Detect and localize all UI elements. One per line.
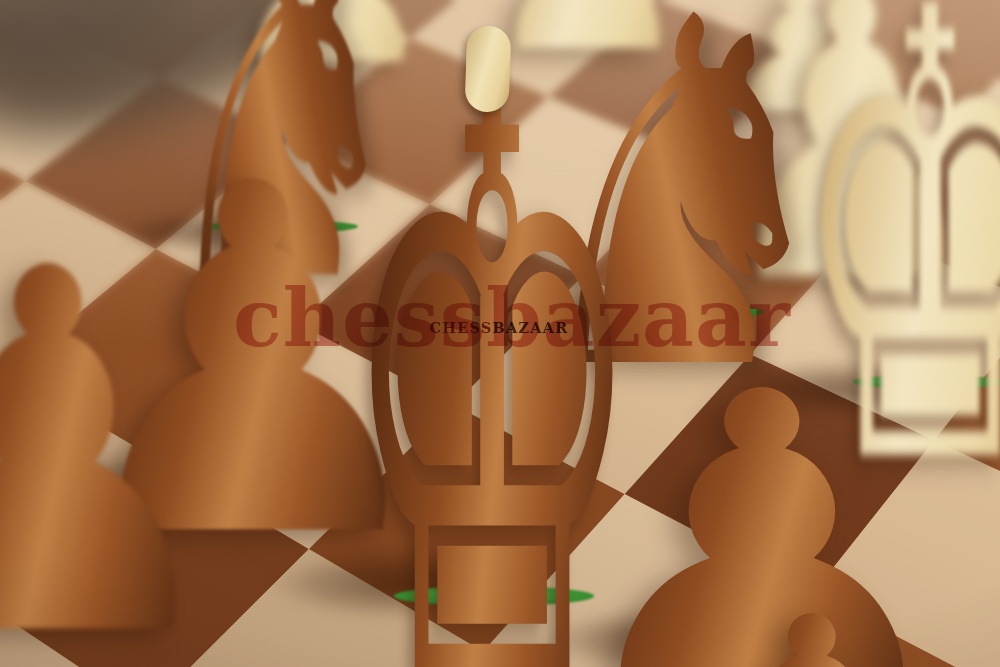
watermark-small: CHESSBAZAAR [430, 321, 569, 336]
watermark-small-prefix: CHESS [430, 319, 493, 336]
king-boxwood-finial [465, 25, 512, 112]
watermark-large: chessbazaar [233, 278, 791, 358]
watermark-small-suffix: BAZAAR [493, 319, 569, 336]
dark-pawn-bottom-ball: ♟ [812, 579, 1000, 667]
dark-pawn-glyph: ♟ [0, 205, 239, 667]
chess-set-product-photo: ♟♟♞♟♟♚♞♟♟♚♟♟ chessbazaar CHESSBAZAAR [0, 0, 1000, 667]
dark-pawn-glyph: ♟ [678, 579, 947, 667]
